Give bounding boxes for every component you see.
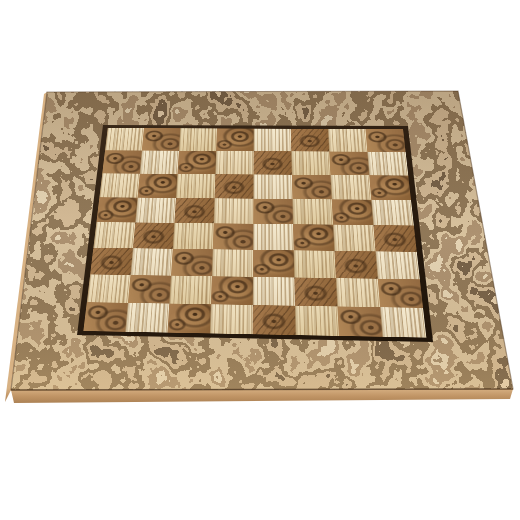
square-f2[interactable] (294, 277, 337, 306)
square-b8[interactable] (142, 128, 180, 151)
square-e6[interactable] (253, 174, 292, 199)
square-h3[interactable] (375, 251, 419, 279)
square-a4[interactable] (93, 222, 135, 248)
square-b1[interactable] (125, 303, 169, 333)
square-b2[interactable] (128, 275, 171, 304)
square-a3[interactable] (90, 248, 133, 275)
square-g8[interactable] (328, 129, 367, 152)
square-c4[interactable] (173, 223, 214, 249)
square-c7[interactable] (177, 151, 216, 174)
square-b5[interactable] (135, 198, 176, 223)
square-b3[interactable] (130, 248, 172, 275)
square-g1[interactable] (337, 306, 382, 336)
square-d5[interactable] (214, 198, 254, 223)
square-a1[interactable] (83, 302, 128, 332)
square-e1[interactable] (253, 305, 296, 335)
square-d1[interactable] (210, 304, 253, 334)
chessboard-product-photo (0, 0, 520, 520)
square-f1[interactable] (295, 306, 339, 336)
square-g3[interactable] (334, 251, 377, 279)
square-h5[interactable] (371, 200, 414, 226)
square-f7[interactable] (291, 151, 330, 175)
square-d4[interactable] (213, 223, 253, 249)
square-h7[interactable] (367, 152, 408, 176)
square-a6[interactable] (99, 173, 139, 197)
square-f3[interactable] (294, 250, 336, 278)
square-b4[interactable] (133, 222, 174, 248)
board-bottom-edge (11, 389, 513, 403)
square-a7[interactable] (102, 150, 142, 173)
square-d3[interactable] (212, 249, 253, 277)
square-c3[interactable] (171, 249, 213, 276)
square-h6[interactable] (369, 175, 411, 200)
square-g2[interactable] (336, 278, 380, 307)
square-f6[interactable] (292, 175, 332, 200)
square-a8[interactable] (105, 128, 144, 150)
square-e3[interactable] (253, 250, 294, 278)
square-d8[interactable] (216, 128, 254, 151)
square-e8[interactable] (254, 129, 292, 152)
square-c2[interactable] (169, 276, 212, 305)
square-h8[interactable] (365, 129, 405, 152)
square-f8[interactable] (291, 129, 329, 152)
square-d7[interactable] (215, 151, 253, 175)
playing-area-inlay-frame (77, 125, 433, 342)
square-g6[interactable] (330, 175, 371, 200)
square-d2[interactable] (211, 276, 253, 305)
square-g7[interactable] (329, 152, 369, 176)
square-g4[interactable] (333, 225, 375, 252)
square-e7[interactable] (253, 151, 291, 175)
square-c5[interactable] (174, 198, 214, 223)
square-h2[interactable] (378, 279, 423, 308)
square-f4[interactable] (293, 224, 334, 251)
square-f5[interactable] (292, 199, 333, 225)
board-grid (83, 128, 426, 338)
square-h1[interactable] (380, 307, 426, 337)
bottom-bevel-seam (11, 389, 513, 390)
square-h4[interactable] (373, 225, 416, 252)
square-c6[interactable] (176, 174, 215, 198)
square-c1[interactable] (167, 304, 210, 334)
square-g5[interactable] (332, 199, 374, 225)
square-b6[interactable] (138, 174, 178, 198)
square-b7[interactable] (140, 151, 179, 174)
square-e4[interactable] (253, 224, 294, 251)
square-a5[interactable] (96, 197, 137, 222)
square-e2[interactable] (253, 277, 295, 306)
square-a2[interactable] (87, 274, 131, 302)
square-c8[interactable] (179, 128, 217, 151)
square-e5[interactable] (253, 199, 293, 225)
square-d6[interactable] (214, 174, 253, 198)
